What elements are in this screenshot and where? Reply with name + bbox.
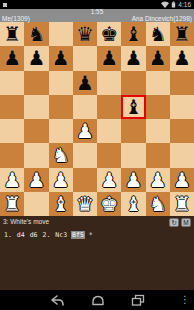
- square-c2[interactable]: ♟: [49, 168, 73, 192]
- square-e2[interactable]: ♟: [97, 168, 121, 192]
- square-b7[interactable]: ♟: [24, 46, 48, 70]
- chess-board: ♜♞♛♚♝♞♜♟♟♟♟♟♟♟♟♝♟♞♟♟♟♟♟♟♟♜♝♛♚♝♞♜: [0, 22, 194, 216]
- white-pawn-a2: ♟: [3, 169, 21, 191]
- black-rook-a8: ♜: [3, 23, 21, 45]
- square-c7[interactable]: ♟: [49, 46, 73, 70]
- square-f4[interactable]: [121, 119, 145, 143]
- square-g6[interactable]: [146, 71, 170, 95]
- white-bishop-c1: ♝: [52, 193, 70, 215]
- square-a8[interactable]: ♜: [0, 22, 24, 46]
- square-g8[interactable]: ♞: [146, 22, 170, 46]
- square-e8[interactable]: ♚: [97, 22, 121, 46]
- white-player-label: Me(1309): [2, 16, 30, 23]
- square-h5[interactable]: [170, 95, 194, 119]
- square-h8[interactable]: ♜: [170, 22, 194, 46]
- recents-icon: [131, 294, 145, 307]
- square-e7[interactable]: ♟: [97, 46, 121, 70]
- white-pawn-h2: ♟: [173, 169, 191, 191]
- square-h3[interactable]: [170, 143, 194, 167]
- white-king-e1: ♚: [100, 193, 118, 215]
- white-pawn-d4: ♟: [76, 120, 94, 142]
- square-e4[interactable]: [97, 119, 121, 143]
- move-token[interactable]: 2.: [41, 231, 51, 239]
- black-queen-d8: ♛: [76, 23, 94, 45]
- black-pawn-f7: ♟: [124, 47, 142, 69]
- black-knight-g8: ♞: [149, 23, 167, 45]
- battery-icon: [171, 1, 176, 8]
- move-token-current[interactable]: Bf5: [71, 231, 85, 239]
- square-d4[interactable]: ♟: [73, 119, 97, 143]
- black-pawn-b7: ♟: [27, 47, 45, 69]
- white-pawn-g2: ♟: [149, 169, 167, 191]
- black-knight-b8: ♞: [27, 23, 45, 45]
- info-panel: 3: White's move ↻M 1.d4d62.Nc3Bf5*: [0, 216, 194, 290]
- square-c5[interactable]: [49, 95, 73, 119]
- square-d1[interactable]: ♛: [73, 192, 97, 216]
- square-c8[interactable]: [49, 22, 73, 46]
- back-icon: [49, 294, 65, 306]
- black-rook-h8: ♜: [173, 23, 191, 45]
- square-b6[interactable]: [24, 71, 48, 95]
- white-queen-d1: ♛: [76, 193, 94, 215]
- square-d7[interactable]: [73, 46, 97, 70]
- move-token[interactable]: d6: [29, 231, 39, 239]
- menu-m-button[interactable]: M: [181, 218, 191, 227]
- black-pawn-g7: ♟: [149, 47, 167, 69]
- black-pawn-e7: ♟: [100, 47, 118, 69]
- square-d8[interactable]: ♛: [73, 22, 97, 46]
- wifi-icon: [161, 1, 169, 8]
- square-b8[interactable]: ♞: [24, 22, 48, 46]
- square-c4[interactable]: [49, 119, 73, 143]
- recents-button[interactable]: [131, 294, 145, 307]
- black-bishop-f5: ♝: [124, 96, 142, 118]
- square-a7[interactable]: ♟: [0, 46, 24, 70]
- white-bishop-f1: ♝: [124, 193, 142, 215]
- black-player-label: Ana Dincevich(1298): [132, 16, 192, 23]
- square-c3[interactable]: ♞: [49, 143, 73, 167]
- white-rook-h1: ♜: [173, 193, 191, 215]
- move-list: 1.d4d62.Nc3Bf5*: [3, 231, 191, 239]
- square-b3[interactable]: [24, 143, 48, 167]
- home-button[interactable]: [91, 294, 105, 306]
- white-knight-g1: ♞: [149, 193, 167, 215]
- square-d6[interactable]: ♟: [73, 71, 97, 95]
- square-b4[interactable]: [24, 119, 48, 143]
- square-h7[interactable]: ♟: [170, 46, 194, 70]
- square-a2[interactable]: ♟: [0, 168, 24, 192]
- square-b5[interactable]: [24, 95, 48, 119]
- black-bishop-f8: ♝: [124, 23, 142, 45]
- square-e6[interactable]: [97, 71, 121, 95]
- notification-icon: [3, 3, 7, 7]
- move-token[interactable]: 1.: [3, 231, 13, 239]
- black-pawn-a7: ♟: [3, 47, 21, 69]
- move-token[interactable]: Nc3: [54, 231, 68, 239]
- game-header: 1:55 Me(1309) Ana Dincevich(1298): [0, 9, 194, 22]
- square-h1[interactable]: ♜: [170, 192, 194, 216]
- square-f5[interactable]: ♝: [121, 95, 145, 119]
- square-h4[interactable]: [170, 119, 194, 143]
- square-a3[interactable]: [0, 143, 24, 167]
- android-nav-bar: ⋮: [0, 290, 194, 310]
- square-e1[interactable]: ♚: [97, 192, 121, 216]
- chess-app-screen: 4:16 1:55 Me(1309) Ana Dincevich(1298) ♜…: [0, 0, 194, 310]
- black-pawn-c7: ♟: [52, 47, 70, 69]
- square-f7[interactable]: ♟: [121, 46, 145, 70]
- black-pawn-d6: ♟: [76, 72, 94, 94]
- square-g4[interactable]: [146, 119, 170, 143]
- move-status-text: 3: White's move: [3, 218, 49, 226]
- square-h2[interactable]: ♟: [170, 168, 194, 192]
- square-a5[interactable]: [0, 95, 24, 119]
- white-pawn-f2: ♟: [124, 169, 142, 191]
- move-token[interactable]: d4: [16, 231, 26, 239]
- square-e3[interactable]: [97, 143, 121, 167]
- square-g2[interactable]: ♟: [146, 168, 170, 192]
- square-c1[interactable]: ♝: [49, 192, 73, 216]
- square-f8[interactable]: ♝: [121, 22, 145, 46]
- square-f3[interactable]: [121, 143, 145, 167]
- white-knight-c3: ♞: [52, 144, 70, 166]
- square-d2[interactable]: [73, 168, 97, 192]
- square-b2[interactable]: ♟: [24, 168, 48, 192]
- move-token[interactable]: *: [88, 231, 94, 239]
- white-rook-a1: ♜: [3, 193, 21, 215]
- square-e5[interactable]: [97, 95, 121, 119]
- square-d3[interactable]: [73, 143, 97, 167]
- overflow-menu-button[interactable]: ⋮: [180, 290, 190, 310]
- square-h6[interactable]: [170, 71, 194, 95]
- square-d5[interactable]: [73, 95, 97, 119]
- black-king-e8: ♚: [100, 23, 118, 45]
- square-a6[interactable]: [0, 71, 24, 95]
- white-pawn-e2: ♟: [100, 169, 118, 191]
- square-g1[interactable]: ♞: [146, 192, 170, 216]
- square-a1[interactable]: ♜: [0, 192, 24, 216]
- square-g3[interactable]: [146, 143, 170, 167]
- square-g7[interactable]: ♟: [146, 46, 170, 70]
- square-f6[interactable]: [121, 71, 145, 95]
- square-f1[interactable]: ♝: [121, 192, 145, 216]
- square-a4[interactable]: [0, 119, 24, 143]
- black-pawn-h7: ♟: [173, 47, 191, 69]
- back-button[interactable]: [49, 294, 65, 306]
- square-g5[interactable]: [146, 95, 170, 119]
- square-f2[interactable]: ♟: [121, 168, 145, 192]
- square-b1[interactable]: [24, 192, 48, 216]
- status-time: 4:16: [178, 0, 191, 9]
- white-pawn-c2: ♟: [52, 169, 70, 191]
- square-c6[interactable]: [49, 71, 73, 95]
- rotate-board-button[interactable]: ↻: [169, 218, 179, 227]
- home-icon: [91, 294, 105, 306]
- white-pawn-b2: ♟: [27, 169, 45, 191]
